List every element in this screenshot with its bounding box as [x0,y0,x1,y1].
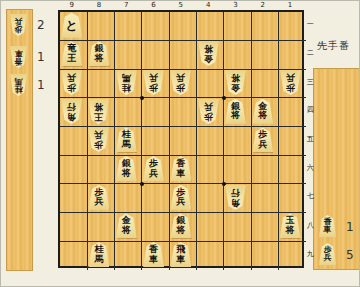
piece-kanji: 金 [231,83,240,93]
piece-kanji: 将 [122,169,131,179]
file-label: 1 [288,1,292,9]
piece-kanji: 兵 [15,17,23,26]
file-label: 7 [124,1,128,9]
board-grid-line [60,155,306,156]
board-grid-line [60,183,306,184]
piece-kanji: 兵 [176,197,185,207]
file-label: 4 [206,1,210,9]
piece-kanji: 将 [204,44,213,54]
board-grid-line [60,40,306,41]
piece-kanji: 兵 [324,254,332,263]
piece-kanji: 兵 [258,140,267,150]
piece-kanji: 兵 [286,73,295,83]
board-grid-line [169,12,170,270]
sente-captured-tray [313,68,360,270]
board-grid-line [196,12,197,270]
piece-kanji: 歩 [67,83,76,93]
piece-kanji: 将 [231,73,240,83]
piece-kanji: 歩 [94,140,103,150]
file-label: 9 [69,1,73,9]
piece-kanji: 馬 [94,255,103,265]
piece-kanji: 歩 [286,83,295,93]
piece-kanji: 歩 [15,25,23,34]
board-grid-line [114,12,115,270]
rank-label: 八 [307,221,314,229]
piece-kanji: 兵 [94,197,103,207]
piece-kanji: 車 [324,226,332,235]
piece-kanji: 将 [286,226,295,236]
piece-kanji: 歩 [204,111,213,121]
piece-kanji: 将 [94,102,103,112]
file-label: 8 [97,1,101,9]
board-grid-line [278,12,279,270]
turn-indicator: 先手番 [317,39,350,53]
piece-kanji: 歩 [176,83,185,93]
piece-kanji: 馬 [122,140,131,150]
star-point [140,182,144,186]
piece-kanji: 車 [15,49,23,58]
rank-label: 九 [307,250,314,258]
sente-hand-count: 5 [346,249,354,261]
piece-kanji: 将 [176,226,185,236]
rank-label: 四 [307,106,314,114]
piece-kanji: 桂 [15,85,23,94]
piece-kanji: 歩 [149,83,158,93]
file-label: 6 [151,1,155,9]
piece-kanji: 将 [231,111,240,121]
sente-hand-count: 1 [346,221,354,233]
board-grid-line [141,12,142,270]
piece-kanji: 角 [231,197,240,207]
file-label: 2 [261,1,265,9]
piece-kanji: 王 [67,54,76,64]
rank-label: 一 [307,20,314,28]
piece-kanji: 馬 [122,73,131,83]
gote-hand-count: 2 [37,19,45,31]
rank-label: 七 [307,192,314,200]
rank-label: 五 [307,135,314,143]
gote-hand-count: 1 [37,51,45,63]
star-point [140,96,144,100]
piece-kanji: 王 [94,111,103,121]
board-grid-line [60,212,306,213]
file-label: 5 [179,1,183,9]
piece-kanji: 将 [94,54,103,64]
board-grid-line [223,12,224,270]
board-grid-line [60,241,306,242]
piece-kanji: 兵 [149,169,158,179]
piece-kanji: 香 [15,57,23,66]
piece-kanji: 兵 [67,73,76,83]
board-grid-line [87,12,88,270]
piece-kanji: 車 [176,169,185,179]
rank-label: 二 [307,49,314,57]
shogi-app: 先手番 987654321一二三四五六七八九と竜王銀将金将歩兵桂馬歩兵歩兵金将歩… [0,0,360,287]
piece-kanji: 馬 [15,77,23,86]
piece-kanji: 金 [204,54,213,64]
piece-kanji: 兵 [94,130,103,140]
piece-kanji: 将 [122,226,131,236]
piece-kanji: 車 [176,255,185,265]
piece-kanji: 兵 [149,73,158,83]
file-label: 3 [233,1,237,9]
rank-label: 六 [307,164,314,172]
board-grid-line [251,12,252,270]
gote-hand-count: 1 [37,79,45,91]
piece-kanji: 兵 [204,102,213,112]
piece-kanji: 車 [149,255,158,265]
piece-kanji: と [66,19,78,32]
piece-kanji: 将 [258,111,267,121]
piece-kanji: 角 [67,111,76,121]
rank-label: 三 [307,78,314,86]
piece-kanji: 行 [67,102,76,112]
board-grid-line [60,69,306,70]
board-grid-line [60,126,306,127]
star-point [222,96,226,100]
piece-kanji: 兵 [176,73,185,83]
piece-kanji: 行 [231,188,240,198]
board-grid-line [60,97,306,98]
piece-kanji: 桂 [122,83,131,93]
